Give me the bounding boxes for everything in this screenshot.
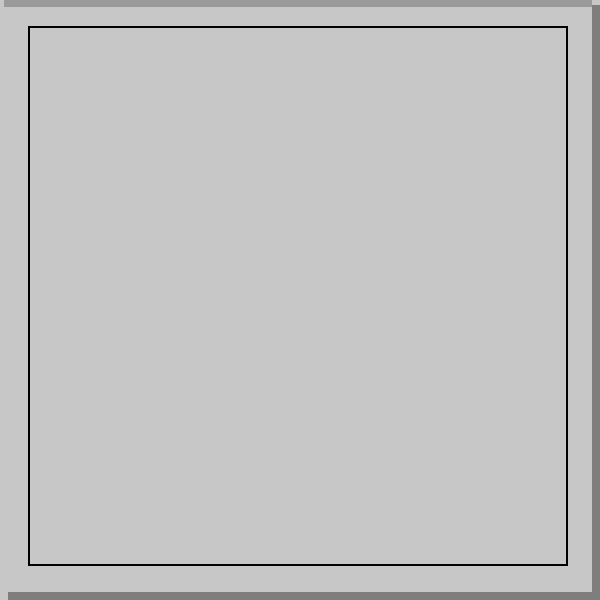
chess-board [28,26,568,566]
chess-diagram-frame [0,0,600,600]
frame-bevel-bottom [8,592,592,600]
frame-bevel-top [4,0,592,7]
frame-bevel-right [592,5,600,600]
